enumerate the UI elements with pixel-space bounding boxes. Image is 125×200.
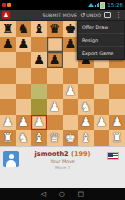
recents-button[interactable]: □: [78, 188, 84, 200]
square-g1[interactable]: [94, 130, 110, 146]
menu-item-resign[interactable]: Resign: [78, 34, 124, 47]
square-f5[interactable]: [78, 68, 94, 84]
alert-notification-icon: [7, 3, 11, 7]
square-b4[interactable]: [16, 84, 32, 100]
square-d4[interactable]: [47, 84, 63, 100]
white-pawn-a2: ♟: [2, 116, 13, 129]
square-a1[interactable]: ♜: [0, 130, 16, 146]
square-a4[interactable]: [0, 84, 16, 100]
notification-area: [2, 3, 11, 7]
menu-item-export-game[interactable]: Export Game: [78, 47, 124, 59]
square-e6[interactable]: [63, 52, 79, 68]
square-h2[interactable]: ♟: [109, 115, 125, 131]
square-b7[interactable]: ♟: [16, 37, 32, 53]
square-b2[interactable]: ♟: [16, 115, 32, 131]
square-d5[interactable]: [47, 68, 63, 84]
white-rook-h1: ♜: [112, 132, 123, 145]
avatar-person-icon: [9, 154, 14, 159]
us-flag-icon: [107, 152, 119, 160]
square-a8[interactable]: ♜: [0, 21, 16, 37]
square-e7[interactable]: ♟: [63, 37, 79, 53]
undo-label: UNDO: [86, 13, 101, 18]
white-queen-d1: ♛: [49, 132, 60, 145]
app-notification-icon: [2, 3, 6, 7]
undo-button[interactable]: ↺ UNDO: [80, 12, 101, 18]
player-panel: jsmooth2 (199) Your Move Move 7: [0, 146, 125, 188]
square-a6[interactable]: [0, 52, 16, 68]
player-username: jsmooth2: [35, 150, 69, 158]
square-h1[interactable]: ♜: [109, 130, 125, 146]
square-h3[interactable]: [109, 99, 125, 115]
square-a5[interactable]: [0, 68, 16, 84]
black-king-e8: ♚: [65, 23, 76, 36]
square-d8[interactable]: ♛: [47, 21, 63, 37]
square-h4[interactable]: [109, 84, 125, 100]
square-c1[interactable]: ♝: [31, 130, 47, 146]
square-f4[interactable]: [78, 84, 94, 100]
white-pawn-d3: ♟: [49, 101, 60, 114]
white-bishop-f1: ♝: [80, 132, 91, 145]
square-e2[interactable]: [63, 115, 79, 131]
clock-text: 15:26: [107, 0, 123, 10]
player-rating: (199): [71, 150, 91, 158]
square-e4[interactable]: ♟: [63, 84, 79, 100]
square-e3[interactable]: [63, 99, 79, 115]
white-pawn-e4: ♟: [65, 85, 76, 98]
android-nav-bar: ◁ ○ □: [0, 188, 125, 200]
player-sub-text: Move 7: [20, 165, 105, 170]
white-bishop-c1: ♝: [33, 132, 44, 145]
square-g2[interactable]: ♟: [94, 115, 110, 131]
square-f2[interactable]: ♟: [78, 115, 94, 131]
square-e8[interactable]: ♚: [63, 21, 79, 37]
action-bar-actions: SUBMIT MOVE ↺ UNDO ⋮: [42, 12, 123, 19]
square-d7[interactable]: [47, 37, 63, 53]
chat-icon[interactable]: [104, 12, 111, 18]
status-bar: 15:26: [0, 0, 125, 10]
black-pawn-d6: ♟: [49, 54, 60, 67]
black-bishop-c8: ♝: [33, 23, 44, 36]
square-a2[interactable]: ♟: [0, 115, 16, 131]
square-c6[interactable]: ♟: [31, 52, 47, 68]
black-pawn-e7: ♟: [65, 38, 76, 51]
black-rook-a8: ♜: [2, 23, 13, 36]
black-pawn-b7: ♟: [18, 38, 29, 51]
square-g4[interactable]: [94, 84, 110, 100]
signal-icon: [95, 3, 99, 7]
square-h5[interactable]: [109, 68, 125, 84]
square-c5[interactable]: [31, 68, 47, 84]
square-c8[interactable]: ♝: [31, 21, 47, 37]
square-c7[interactable]: [31, 37, 47, 53]
overflow-menu-button[interactable]: ⋮: [114, 12, 123, 19]
white-pawn-c2: ♟: [33, 116, 44, 129]
player-name-line: jsmooth2 (199): [20, 150, 105, 158]
dropdown-menu: Offer Draw Resign Export Game: [77, 20, 125, 60]
square-d3[interactable]: ♟: [47, 99, 63, 115]
white-king-e1: ♚: [65, 132, 76, 145]
white-rook-a1: ♜: [2, 132, 13, 145]
home-button[interactable]: ○: [59, 188, 65, 200]
submit-move-button[interactable]: SUBMIT MOVE: [42, 13, 77, 18]
app-screen: 15:26 ♟ SUBMIT MOVE ↺ UNDO ⋮ ♜♞♝♛♚♝♞♜♟♟♟…: [0, 0, 125, 200]
white-pawn-b2: ♟: [18, 116, 29, 129]
player-avatar[interactable]: [3, 151, 19, 167]
white-knight-f3: ♞: [80, 101, 91, 114]
white-knight-b1: ♞: [18, 132, 29, 145]
square-a3[interactable]: [0, 99, 16, 115]
status-icons: 15:26: [88, 0, 123, 10]
square-b6[interactable]: [16, 52, 32, 68]
square-g5[interactable]: [94, 68, 110, 84]
wifi-icon: [88, 3, 94, 7]
square-f1[interactable]: ♝: [78, 130, 94, 146]
white-pawn-g2: ♟: [96, 116, 107, 129]
app-logo-icon: ♟: [2, 11, 10, 19]
square-f3[interactable]: ♞: [78, 99, 94, 115]
square-d2[interactable]: [47, 115, 63, 131]
back-button[interactable]: ◁: [41, 188, 46, 200]
player-info: jsmooth2 (199) Your Move Move 7: [20, 150, 105, 170]
black-queen-d8: ♛: [49, 23, 60, 36]
square-b8[interactable]: ♞: [16, 21, 32, 37]
square-e5[interactable]: [63, 68, 79, 84]
player-status-text: Your Move: [20, 159, 105, 164]
black-knight-b8: ♞: [18, 23, 29, 36]
black-pawn-c6: ♟: [33, 54, 44, 67]
battery-icon: [100, 2, 105, 9]
square-c2[interactable]: ♟: [31, 115, 47, 131]
white-pawn-h2: ♟: [112, 116, 123, 129]
square-b5[interactable]: [16, 68, 32, 84]
white-pawn-f2: ♟: [80, 116, 91, 129]
square-b1[interactable]: ♞: [16, 130, 32, 146]
square-d1[interactable]: ♛: [47, 130, 63, 146]
square-c3[interactable]: [31, 99, 47, 115]
square-b3[interactable]: [16, 99, 32, 115]
black-pawn-a7: ♟: [2, 38, 13, 51]
square-c4[interactable]: [31, 84, 47, 100]
undo-icon: ↺: [80, 12, 85, 18]
square-e1[interactable]: ♚: [63, 130, 79, 146]
square-g3[interactable]: [94, 99, 110, 115]
square-a7[interactable]: ♟: [0, 37, 16, 53]
menu-item-offer-draw[interactable]: Offer Draw: [78, 21, 124, 34]
square-d6[interactable]: ♟: [47, 52, 63, 68]
